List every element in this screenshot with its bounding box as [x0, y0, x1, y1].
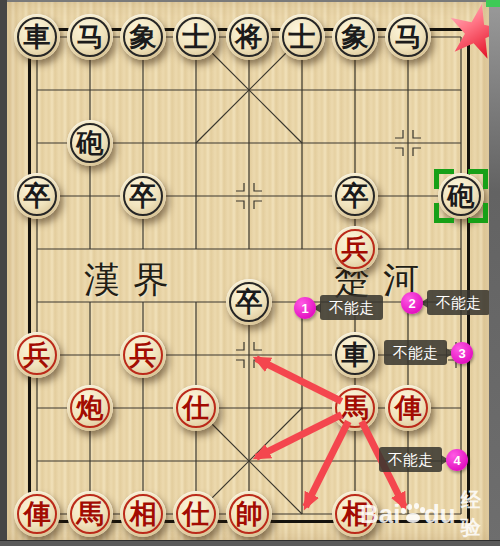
frame-bottom — [0, 540, 500, 546]
cannot-move-label: 不能走 — [384, 340, 447, 365]
frame-top — [0, 0, 486, 2]
frame-left — [0, 0, 7, 546]
cannot-move-label: 不能走 — [320, 295, 383, 320]
xiangqi-tutorial-screenshot: 漢界 楚河 車马象士将士象马砲卒卒卒砲兵卒兵兵車炮仕馬俥俥馬相仕帥相 不能走1不… — [0, 0, 500, 546]
frame-right — [489, 0, 500, 546]
bubble-number-badge: 1 — [294, 297, 316, 319]
bubble-number-badge: 4 — [446, 449, 468, 471]
bubble-number-badge: 2 — [401, 292, 423, 314]
green-corner-tab — [486, 0, 500, 7]
watermark: Bai du 经验 jingyan.baidu.com — [360, 487, 500, 546]
paw-icon — [401, 503, 422, 525]
watermark-brand-prefix: Bai — [360, 499, 400, 530]
cannot-move-label: 不能走 — [427, 290, 490, 315]
watermark-brand-suffix: du — [424, 499, 456, 530]
watermark-brand: Bai du 经验 — [360, 487, 500, 541]
bubble-number-badge: 3 — [451, 342, 473, 364]
cannot-move-label: 不能走 — [379, 447, 442, 472]
